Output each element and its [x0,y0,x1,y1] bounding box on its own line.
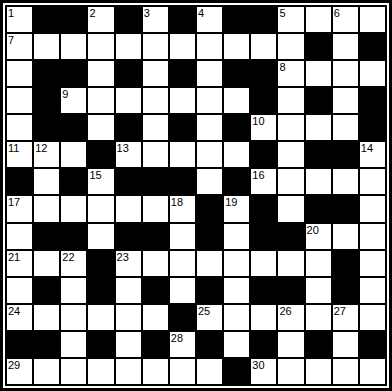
cell-r4c13[interactable] [333,88,358,113]
cell-r10c2[interactable] [34,251,59,276]
block-cell-r11c13 [333,278,358,303]
cell-r4c1[interactable] [7,88,32,113]
block-cell-r8c10 [251,196,276,221]
cell-r12c4[interactable] [88,305,113,330]
block-cell-r3c10 [251,61,276,86]
block-cell-r5c9 [224,115,249,140]
cell-r11c7[interactable] [170,278,195,303]
clue-number-6: 6 [334,7,340,19]
cell-r2c4[interactable] [88,34,113,59]
clue-number-9: 9 [62,88,68,100]
cell-r6c3[interactable] [61,142,86,167]
cell-r1c6[interactable]: 3 [143,7,168,32]
cell-r6c14[interactable]: 14 [360,142,385,167]
cell-r10c9[interactable] [224,251,249,276]
cell-r4c11[interactable] [278,88,303,113]
cell-r13c3[interactable] [61,332,86,357]
cell-r12c5[interactable] [116,305,141,330]
cell-r3c8[interactable] [197,61,222,86]
clue-number-2: 2 [89,7,95,19]
block-cell-r5c2 [34,115,59,140]
block-cell-r7c7 [170,169,195,194]
clue-number-1: 1 [8,7,14,19]
clue-number-5: 5 [279,7,285,19]
cell-r3c12[interactable] [306,61,331,86]
cell-r12c1[interactable]: 24 [7,305,32,330]
block-cell-r6c10 [251,142,276,167]
cell-r8c2[interactable] [34,196,59,221]
cell-r7c4[interactable]: 15 [88,169,113,194]
cell-r8c5[interactable] [116,196,141,221]
clue-number-25: 25 [198,305,210,317]
cell-r1c11[interactable]: 5 [278,7,303,32]
block-cell-r14c9 [224,359,249,384]
block-cell-r7c9 [224,169,249,194]
cell-r5c8[interactable] [197,115,222,140]
cell-r14c11[interactable] [278,359,303,384]
cell-r5c1[interactable] [7,115,32,140]
clue-number-28: 28 [171,332,183,344]
clue-number-18: 18 [171,196,183,208]
cell-r3c11[interactable]: 8 [278,61,303,86]
clue-number-19: 19 [225,196,237,208]
cell-r12c11[interactable]: 26 [278,305,303,330]
clue-number-29: 29 [8,359,20,371]
clue-number-26: 26 [279,305,291,317]
block-cell-r13c4 [88,332,113,357]
cell-r3c13[interactable] [333,61,358,86]
cell-r9c12[interactable]: 20 [306,224,331,249]
cell-r12c14[interactable] [360,305,385,330]
cell-r2c1[interactable]: 7 [7,34,32,59]
block-cell-r11c11 [278,278,303,303]
cell-r12c2[interactable] [34,305,59,330]
cell-r11c9[interactable] [224,278,249,303]
cell-r11c5[interactable] [116,278,141,303]
block-cell-r13c6 [143,332,168,357]
block-cell-r11c2 [34,278,59,303]
cell-r14c2[interactable] [34,359,59,384]
cell-r12c10[interactable] [251,305,276,330]
crossword-grid: 1234567891011121314151617181920212223242… [5,5,387,386]
cell-r6c9[interactable] [224,142,249,167]
clue-number-12: 12 [35,142,47,154]
block-cell-r13c10 [251,332,276,357]
clue-number-24: 24 [8,305,20,317]
cell-r4c8[interactable] [197,88,222,113]
block-cell-r3c3 [61,61,86,86]
block-cell-r1c7 [170,7,195,32]
clue-number-17: 17 [8,196,20,208]
block-cell-r11c6 [143,278,168,303]
clue-number-14: 14 [361,142,373,154]
block-cell-r5c7 [170,115,195,140]
cell-r7c14[interactable] [360,169,385,194]
block-cell-r9c2 [34,224,59,249]
cell-r7c12[interactable] [306,169,331,194]
cell-r2c5[interactable] [116,34,141,59]
cell-r11c12[interactable] [306,278,331,303]
cell-r2c7[interactable] [170,34,195,59]
block-cell-r11c10 [251,278,276,303]
block-cell-r6c13 [333,142,358,167]
cell-r13c5[interactable] [116,332,141,357]
cell-r14c10[interactable]: 30 [251,359,276,384]
cell-r10c11[interactable] [278,251,303,276]
block-cell-r3c9 [224,61,249,86]
cell-r8c7[interactable]: 18 [170,196,195,221]
cell-r13c7[interactable]: 28 [170,332,195,357]
cell-r14c4[interactable] [88,359,113,384]
clue-number-11: 11 [8,142,19,154]
cell-r5c4[interactable] [88,115,113,140]
cell-r6c1[interactable]: 11 [7,142,32,167]
cell-r10c7[interactable] [170,251,195,276]
cell-r2c2[interactable] [34,34,59,59]
cell-r14c1[interactable]: 29 [7,359,32,384]
cell-r9c14[interactable] [360,224,385,249]
cell-r3c1[interactable] [7,61,32,86]
block-cell-r11c8 [197,278,222,303]
block-cell-r7c5 [116,169,141,194]
block-cell-r3c7 [170,61,195,86]
block-cell-r2c12 [306,34,331,59]
cell-r10c3[interactable]: 22 [61,251,86,276]
cell-r14c13[interactable] [333,359,358,384]
block-cell-r5c14 [360,115,385,140]
cell-r4c6[interactable] [143,88,168,113]
cell-r11c3[interactable] [61,278,86,303]
cell-r8c1[interactable]: 17 [7,196,32,221]
cell-r12c12[interactable] [306,305,331,330]
crossword-board: 1234567891011121314151617181920212223242… [0,0,392,391]
cell-r8c6[interactable] [143,196,168,221]
cell-r5c12[interactable] [306,115,331,140]
cell-r2c3[interactable] [61,34,86,59]
cell-r11c1[interactable] [7,278,32,303]
block-cell-r10c13 [333,251,358,276]
cell-r8c9[interactable]: 19 [224,196,249,221]
block-cell-r4c12 [306,88,331,113]
clue-number-30: 30 [252,359,264,371]
clue-number-21: 21 [8,251,20,263]
cell-r11c14[interactable] [360,278,385,303]
block-cell-r4c14 [360,88,385,113]
block-cell-r4c10 [251,88,276,113]
block-cell-r8c13 [333,196,358,221]
cell-r12c13[interactable]: 27 [333,305,358,330]
block-cell-r11c4 [88,278,113,303]
block-cell-r7c3 [61,169,86,194]
cell-r2c11[interactable] [278,34,303,59]
clue-number-4: 4 [198,7,204,19]
block-cell-r9c6 [143,224,168,249]
cell-r14c7[interactable] [170,359,195,384]
cell-r9c4[interactable] [88,224,113,249]
clue-number-10: 10 [252,115,264,127]
cell-r12c8[interactable]: 25 [197,305,222,330]
block-cell-r8c8 [197,196,222,221]
cell-r6c11[interactable] [278,142,303,167]
cell-r3c6[interactable] [143,61,168,86]
clue-number-7: 7 [8,34,14,46]
cell-r7c13[interactable] [333,169,358,194]
cell-r9c13[interactable] [333,224,358,249]
cell-r12c3[interactable] [61,305,86,330]
block-cell-r9c10 [251,224,276,249]
clue-number-8: 8 [279,61,285,73]
cell-r2c13[interactable] [333,34,358,59]
block-cell-r1c10 [251,7,276,32]
cell-r7c8[interactable] [197,169,222,194]
cell-r10c14[interactable] [360,251,385,276]
cell-r14c3[interactable] [61,359,86,384]
cell-r12c6[interactable] [143,305,168,330]
cell-r8c3[interactable] [61,196,86,221]
block-cell-r5c3 [61,115,86,140]
cell-r9c9[interactable] [224,224,249,249]
block-cell-r13c8 [197,332,222,357]
block-cell-r13c14 [360,332,385,357]
cell-r5c13[interactable] [333,115,358,140]
clue-number-15: 15 [89,169,101,181]
clue-number-13: 13 [117,142,129,154]
block-cell-r4c2 [34,88,59,113]
cell-r10c1[interactable]: 21 [7,251,32,276]
block-cell-r7c6 [143,169,168,194]
cell-r4c3[interactable]: 9 [61,88,86,113]
cell-r10c6[interactable] [143,251,168,276]
cell-r1c14[interactable] [360,7,385,32]
cell-r13c9[interactable] [224,332,249,357]
block-cell-r13c12 [306,332,331,357]
cell-r6c7[interactable] [170,142,195,167]
cell-r2c8[interactable] [197,34,222,59]
cell-r4c9[interactable] [224,88,249,113]
block-cell-r1c9 [224,7,249,32]
block-cell-r10c4 [88,251,113,276]
cell-r10c8[interactable] [197,251,222,276]
cell-r1c8[interactable]: 4 [197,7,222,32]
cell-r5c11[interactable] [278,115,303,140]
cell-r7c11[interactable] [278,169,303,194]
cell-r6c2[interactable]: 12 [34,142,59,167]
cell-r14c6[interactable] [143,359,168,384]
cell-r4c7[interactable] [170,88,195,113]
clue-number-16: 16 [252,169,264,181]
block-cell-r1c3 [61,7,86,32]
cell-r9c1[interactable] [7,224,32,249]
cell-r3c14[interactable] [360,61,385,86]
cell-r5c6[interactable] [143,115,168,140]
block-cell-r7c1 [7,169,32,194]
cell-r1c4[interactable]: 2 [88,7,113,32]
block-cell-r6c4 [88,142,113,167]
cell-r12c9[interactable] [224,305,249,330]
cell-r8c11[interactable] [278,196,303,221]
block-cell-r1c2 [34,7,59,32]
cell-r1c1[interactable]: 1 [7,7,32,32]
block-cell-r9c11 [278,224,303,249]
cell-r1c13[interactable]: 6 [333,7,358,32]
block-cell-r5c5 [116,115,141,140]
block-cell-r12c7 [170,305,195,330]
cell-r4c5[interactable] [116,88,141,113]
block-cell-r13c1 [7,332,32,357]
cell-r2c9[interactable] [224,34,249,59]
block-cell-r3c5 [116,61,141,86]
cell-r1c12[interactable] [306,7,331,32]
block-cell-r9c8 [197,224,222,249]
cell-r13c13[interactable] [333,332,358,357]
cell-r10c12[interactable] [306,251,331,276]
block-cell-r6c12 [306,142,331,167]
block-cell-r1c5 [116,7,141,32]
cell-r8c14[interactable] [360,196,385,221]
cell-r14c8[interactable] [197,359,222,384]
block-cell-r8c12 [306,196,331,221]
cell-r10c10[interactable] [251,251,276,276]
cell-r13c11[interactable] [278,332,303,357]
cell-r2c6[interactable] [143,34,168,59]
cell-r7c2[interactable] [34,169,59,194]
clue-number-27: 27 [334,305,346,317]
cell-r6c6[interactable] [143,142,168,167]
cell-r5c10[interactable]: 10 [251,115,276,140]
cell-r14c12[interactable] [306,359,331,384]
clue-number-20: 20 [307,224,319,236]
cell-r10c5[interactable]: 23 [116,251,141,276]
cell-r6c8[interactable] [197,142,222,167]
cell-r2c10[interactable] [251,34,276,59]
cell-r7c10[interactable]: 16 [251,169,276,194]
clue-number-3: 3 [144,7,150,19]
cell-r9c7[interactable] [170,224,195,249]
cell-r14c14[interactable] [360,359,385,384]
cell-r8c4[interactable] [88,196,113,221]
block-cell-r3c2 [34,61,59,86]
cell-r4c4[interactable] [88,88,113,113]
clue-number-22: 22 [62,251,74,263]
block-cell-r9c3 [61,224,86,249]
clue-number-23: 23 [117,251,129,263]
block-cell-r13c2 [34,332,59,357]
cell-r6c5[interactable]: 13 [116,142,141,167]
cell-r3c4[interactable] [88,61,113,86]
block-cell-r2c14 [360,34,385,59]
block-cell-r9c5 [116,224,141,249]
cell-r14c5[interactable] [116,359,141,384]
